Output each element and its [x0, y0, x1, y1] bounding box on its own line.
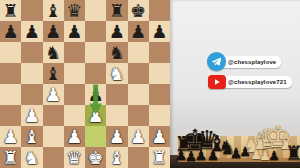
square-a6[interactable] — [0, 42, 21, 63]
square-h8[interactable] — [149, 0, 170, 21]
square-c6[interactable]: ♞ — [43, 42, 64, 63]
square-d3[interactable] — [64, 105, 85, 126]
square-h6[interactable] — [149, 42, 170, 63]
black-knight-piece[interactable]: ♞ — [45, 42, 61, 63]
square-h3[interactable] — [149, 105, 170, 126]
youtube-handle-pill: @chessplaylove721 — [220, 76, 292, 88]
square-c7[interactable]: ♟ — [43, 21, 64, 42]
square-c2[interactable] — [43, 126, 64, 147]
square-g6[interactable] — [128, 42, 149, 63]
square-e7[interactable] — [85, 21, 106, 42]
white-knight-piece[interactable]: ♞ — [24, 147, 40, 168]
white-pawn-piece[interactable]: ♟ — [88, 105, 104, 126]
black-pawn-piece[interactable]: ♟ — [66, 21, 82, 42]
black-pawn-piece[interactable]: ♟ — [109, 21, 125, 42]
square-a3[interactable] — [0, 105, 21, 126]
square-h4[interactable] — [149, 84, 170, 105]
youtube-handle: @chessplaylove721 — [228, 79, 287, 85]
square-f2[interactable]: ♟ — [106, 126, 127, 147]
square-e6[interactable] — [85, 42, 106, 63]
telegram-icon — [207, 52, 226, 71]
telegram-badge: @chessplaylove — [207, 52, 281, 71]
telegram-handle-pill: @chessplaylove — [220, 56, 281, 68]
video-frame: ♜♝♛♜♚♟♟♟♟♟♟♟♞♞♝♞♟♟♟♟♟♝♟♟♟♟♜♞♛♚♝♜ ♜♚♟♟♛♟♝… — [0, 0, 300, 168]
youtube-icon — [208, 75, 226, 89]
square-a8[interactable]: ♜ — [0, 0, 21, 21]
square-a2[interactable]: ♟ — [0, 126, 21, 147]
black-pawn-piece[interactable]: ♟ — [130, 21, 146, 42]
square-d4[interactable] — [64, 84, 85, 105]
white-bishop-piece[interactable]: ♝ — [109, 147, 125, 168]
square-b7[interactable]: ♟ — [21, 21, 42, 42]
square-f4[interactable] — [106, 84, 127, 105]
white-pawn-piece[interactable]: ♟ — [109, 126, 125, 147]
black-pawn-piece[interactable]: ♟ — [3, 21, 19, 42]
black-pawn-piece[interactable]: ♟ — [151, 21, 167, 42]
square-e1[interactable]: ♚ — [85, 147, 106, 168]
square-a7[interactable]: ♟ — [0, 21, 21, 42]
square-a5[interactable] — [0, 63, 21, 84]
black-rook-piece[interactable]: ♜ — [3, 0, 19, 21]
square-b8[interactable] — [21, 0, 42, 21]
youtube-badge: @chessplaylove721 — [208, 75, 292, 89]
square-a1[interactable]: ♜ — [0, 147, 21, 168]
square-g4[interactable] — [128, 84, 149, 105]
square-d6[interactable] — [64, 42, 85, 63]
square-b3[interactable]: ♟ — [21, 105, 42, 126]
black-bishop-piece[interactable]: ♝ — [45, 0, 61, 21]
square-b2[interactable]: ♝ — [21, 126, 42, 147]
square-c5[interactable]: ♝ — [43, 63, 64, 84]
square-h7[interactable]: ♟ — [149, 21, 170, 42]
square-g8[interactable]: ♚ — [128, 0, 149, 21]
square-f6[interactable]: ♞ — [106, 42, 127, 63]
square-f5[interactable]: ♞ — [106, 63, 127, 84]
black-bishop-piece[interactable]: ♝ — [45, 63, 61, 84]
square-h1[interactable]: ♜ — [149, 147, 170, 168]
square-d7[interactable]: ♟ — [64, 21, 85, 42]
chess-board[interactable]: ♜♝♛♜♚♟♟♟♟♟♟♟♞♞♝♞♟♟♟♟♟♝♟♟♟♟♜♞♛♚♝♜ — [0, 0, 170, 168]
square-e4[interactable]: ♟ — [85, 84, 106, 105]
square-e2[interactable] — [85, 126, 106, 147]
black-pawn-piece[interactable]: ♟ — [45, 21, 61, 42]
square-g1[interactable] — [128, 147, 149, 168]
white-pawn-piece[interactable]: ♟ — [151, 126, 167, 147]
square-e5[interactable] — [85, 63, 106, 84]
square-a4[interactable] — [0, 84, 21, 105]
white-pawn-piece[interactable]: ♟ — [3, 126, 19, 147]
square-c1[interactable] — [43, 147, 64, 168]
square-d8[interactable]: ♛ — [64, 0, 85, 21]
square-b1[interactable]: ♞ — [21, 147, 42, 168]
photo-panel: ♜♚♟♟♛♟♝♟♞♟♟♞♝♛♚♝♟♟♟♜ @chessplaylove @che… — [170, 0, 300, 168]
square-f1[interactable]: ♝ — [106, 147, 127, 168]
white-pawn-piece[interactable]: ♟ — [24, 105, 40, 126]
square-b6[interactable] — [21, 42, 42, 63]
white-pawn-piece[interactable]: ♟ — [66, 126, 82, 147]
square-h2[interactable]: ♟ — [149, 126, 170, 147]
white-king-piece[interactable]: ♚ — [88, 147, 104, 168]
black-pawn-piece[interactable]: ♟ — [88, 84, 104, 105]
square-e8[interactable] — [85, 0, 106, 21]
black-queen-piece[interactable]: ♛ — [66, 0, 82, 21]
square-e3[interactable]: ♟ — [85, 105, 106, 126]
white-queen-piece[interactable]: ♛ — [66, 147, 82, 168]
square-f8[interactable]: ♜ — [106, 0, 127, 21]
white-rook-piece[interactable]: ♜ — [3, 147, 19, 168]
square-d5[interactable] — [64, 63, 85, 84]
black-rook-piece[interactable]: ♜ — [109, 0, 125, 21]
white-bishop-piece[interactable]: ♝ — [24, 126, 40, 147]
square-d1[interactable]: ♛ — [64, 147, 85, 168]
square-b4[interactable] — [21, 84, 42, 105]
square-c3[interactable] — [43, 105, 64, 126]
square-f7[interactable]: ♟ — [106, 21, 127, 42]
square-g7[interactable]: ♟ — [128, 21, 149, 42]
chessboard-pattern — [178, 136, 300, 158]
white-rook-piece[interactable]: ♜ — [151, 147, 167, 168]
square-f3[interactable] — [106, 105, 127, 126]
black-king-piece[interactable]: ♚ — [130, 0, 146, 21]
square-d2[interactable]: ♟ — [64, 126, 85, 147]
black-pawn-piece[interactable]: ♟ — [24, 21, 40, 42]
square-h5[interactable] — [149, 63, 170, 84]
square-g3[interactable] — [128, 105, 149, 126]
square-g5[interactable] — [128, 63, 149, 84]
black-knight-piece[interactable]: ♞ — [109, 42, 125, 63]
white-pawn-piece[interactable]: ♟ — [45, 84, 61, 105]
square-g2[interactable]: ♟ — [128, 126, 149, 147]
white-pawn-piece[interactable]: ♟ — [130, 126, 146, 147]
square-c4[interactable]: ♟ — [43, 84, 64, 105]
white-knight-piece[interactable]: ♞ — [109, 63, 125, 84]
square-c8[interactable]: ♝ — [43, 0, 64, 21]
wooden-chessboard-photo — [178, 136, 300, 162]
telegram-handle: @chessplaylove — [228, 59, 276, 65]
square-b5[interactable] — [21, 63, 42, 84]
